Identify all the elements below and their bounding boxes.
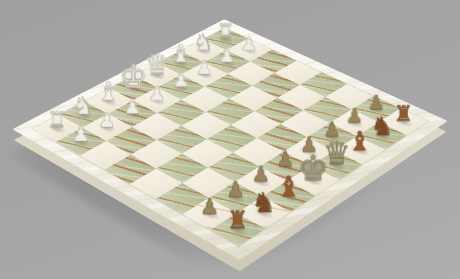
white-king[interactable]: ♚ [119,60,147,92]
black-pawn[interactable]: ♟ [276,148,295,169]
black-rook[interactable]: ♜ [394,102,414,124]
white-knight[interactable]: ♞ [193,30,214,53]
white-pawn[interactable]: ♟ [219,46,236,65]
black-rook[interactable]: ♜ [227,208,249,232]
white-rook[interactable]: ♜ [47,109,67,131]
black-pawn[interactable]: ♟ [200,194,220,216]
chess-board-frame: ♜♟♟♜♞♟♟♞♝♟♟♝♛♟♟♛♚♟♟♚♝♟♟♝♞♟♟♞♜♟♟♜ [12,19,447,260]
white-pawn[interactable]: ♟ [72,124,90,144]
black-bishop[interactable]: ♝ [348,127,372,154]
black-pawn[interactable]: ♟ [251,163,270,184]
black-pawn[interactable]: ♟ [367,92,385,112]
chess-board[interactable]: ♜♟♟♜♞♟♟♞♝♟♟♝♛♟♟♛♚♟♟♚♝♟♟♝♞♟♟♞♜♟♟♜ [32,28,428,246]
white-pawn[interactable]: ♟ [98,110,116,130]
black-bishop[interactable]: ♝ [276,172,301,200]
photo-backdrop: ♜♟♟♜♞♟♟♞♝♟♟♝♛♟♟♛♚♟♟♚♝♟♟♝♞♟♟♞♜♟♟♜ [0,0,460,279]
white-bishop[interactable]: ♝ [170,41,192,65]
white-pawn[interactable]: ♟ [241,34,258,52]
black-pawn[interactable]: ♟ [226,178,245,199]
black-knight[interactable]: ♞ [251,189,275,216]
white-bishop[interactable]: ♝ [97,79,120,104]
board-scene: ♜♟♟♜♞♟♟♞♝♟♟♝♛♟♟♛♚♟♟♚♝♟♟♝♞♟♟♞♜♟♟♜ [77,0,385,279]
square-e4[interactable] [181,112,231,139]
black-knight[interactable]: ♞ [371,114,394,139]
black-pawn[interactable]: ♟ [345,105,363,125]
white-pawn[interactable]: ♟ [148,83,165,102]
white-rook[interactable]: ♜ [216,21,234,41]
white-knight[interactable]: ♞ [72,93,94,118]
white-pawn[interactable]: ♟ [172,70,189,89]
white-pawn[interactable]: ♟ [196,58,213,77]
white-queen[interactable]: ♛ [145,50,171,78]
white-pawn[interactable]: ♟ [124,96,142,116]
black-king[interactable]: ♚ [297,150,328,185]
